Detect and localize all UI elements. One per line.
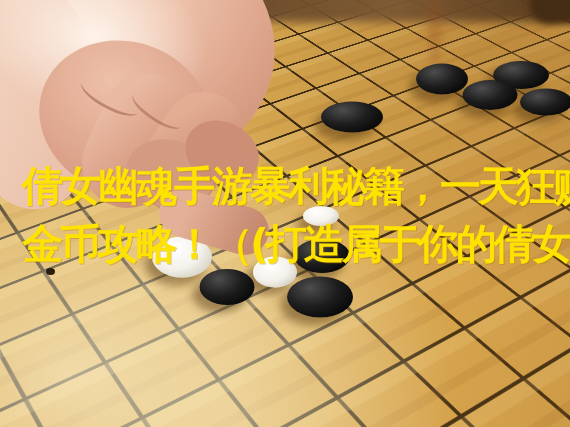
go-stone-black <box>463 80 518 110</box>
go-stone-black <box>520 89 570 116</box>
go-stone-black <box>287 277 353 318</box>
go-stone-black <box>321 102 383 133</box>
background-table-edge <box>168 0 570 22</box>
go-stone-black <box>200 269 255 305</box>
headline-line-2: 金币攻略！（(打造属于你的倩女 <box>22 224 570 265</box>
go-stone-black <box>416 64 468 95</box>
hoshi-star-point <box>46 268 55 275</box>
go-photo-thumbnail: 倩女幽魂手游暴利秘籍，一天狂赚 金币攻略！（(打造属于你的倩女 <box>0 0 570 427</box>
headline-line-1: 倩女幽魂手游暴利秘籍，一天狂赚 <box>22 166 570 207</box>
